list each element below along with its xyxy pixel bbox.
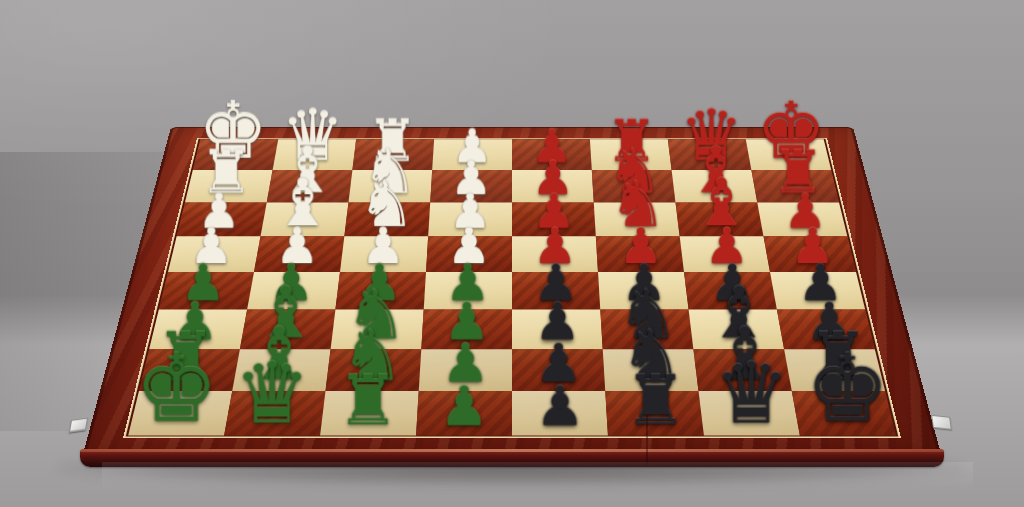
piece-white-bishop-b6: ♝ xyxy=(273,173,332,235)
piece-white-pawn-d5: ♟ xyxy=(447,224,491,271)
square-e8: ♟ xyxy=(512,139,592,170)
square-e4: ♟ xyxy=(512,272,600,310)
board-grid: ♚♛♜♟♟♜♛♚♜♝♞♟♟♞♝♜♟♝♞♟♟♞♝♟♟♟♟♟♟♟♟♟♟♟♟♟♟♟♟♟… xyxy=(126,139,899,437)
piece-red-pawn-e8: ♟ xyxy=(531,126,572,169)
piece-green-knight-c2: ♞ xyxy=(341,323,404,390)
square-e1: ♟ xyxy=(512,391,608,435)
square-b7: ♝ xyxy=(267,170,353,202)
square-f7: ♞ xyxy=(592,170,676,202)
piece-red-pawn-g5: ♟ xyxy=(705,224,749,271)
square-c1: ♜ xyxy=(320,391,419,435)
board-edge-highlight xyxy=(80,449,944,452)
square-c7: ♞ xyxy=(348,170,432,202)
square-d8: ♟ xyxy=(432,139,512,170)
square-f4: ♟ xyxy=(598,272,689,310)
square-c3: ♞ xyxy=(331,310,424,350)
square-b5: ♟ xyxy=(254,236,344,272)
piece-red-pawn-e6: ♟ xyxy=(532,190,575,235)
piece-green-pawn-d2: ♟ xyxy=(442,339,490,389)
square-e5: ♟ xyxy=(512,236,598,272)
square-h1: ♚ xyxy=(792,391,896,435)
piece-red-pawn-h6: ♟ xyxy=(784,190,827,235)
square-f8: ♜ xyxy=(590,139,672,170)
square-b2: ♝ xyxy=(232,349,330,391)
square-d6: ♟ xyxy=(428,202,512,236)
square-h6: ♟ xyxy=(757,202,847,236)
piece-white-pawn-d8: ♟ xyxy=(452,126,493,169)
piece-red-pawn-h5: ♟ xyxy=(791,224,835,271)
square-e6: ♟ xyxy=(512,202,596,236)
square-e2: ♟ xyxy=(512,349,605,391)
piece-white-pawn-c5: ♟ xyxy=(361,224,405,271)
square-c5: ♟ xyxy=(340,236,428,272)
square-d5: ♟ xyxy=(426,236,512,272)
square-a5: ♟ xyxy=(168,236,261,272)
piece-red-knight-f6: ♞ xyxy=(609,175,666,235)
square-c4: ♟ xyxy=(335,272,426,310)
square-b3: ♝ xyxy=(240,310,336,350)
piece-red-bishop-g6: ♝ xyxy=(692,173,751,235)
square-h5: ♟ xyxy=(763,236,856,272)
piece-white-pawn-a6: ♟ xyxy=(197,190,240,235)
piece-white-pawn-a5: ♟ xyxy=(189,224,233,271)
square-g2: ♝ xyxy=(693,349,791,391)
square-b1: ♛ xyxy=(224,391,325,435)
piece-red-pawn-e5: ♟ xyxy=(533,224,577,271)
square-b8: ♛ xyxy=(273,139,357,170)
piece-red-king-h8: ♚ xyxy=(756,95,826,169)
square-c2: ♞ xyxy=(325,349,421,391)
square-f2: ♞ xyxy=(603,349,699,391)
board-fold-seam xyxy=(646,415,648,465)
square-g3: ♝ xyxy=(689,310,785,350)
maker-emblem-right xyxy=(931,415,952,430)
square-a7: ♜ xyxy=(185,170,273,202)
piece-white-knight-c6: ♞ xyxy=(358,175,415,235)
chess-board-3d: ♚♛♜♟♟♜♛♚♜♝♞♟♟♞♝♜♟♝♞♟♟♞♝♟♟♟♟♟♟♟♟♟♟♟♟♟♟♟♟♟… xyxy=(83,127,941,455)
square-g6: ♝ xyxy=(676,202,764,236)
square-b4: ♟ xyxy=(247,272,340,310)
square-c6: ♞ xyxy=(344,202,430,236)
square-d4: ♟ xyxy=(424,272,512,310)
square-h8: ♚ xyxy=(746,139,831,170)
square-h4: ♟ xyxy=(770,272,865,310)
square-f6: ♞ xyxy=(594,202,680,236)
square-a6: ♟ xyxy=(177,202,267,236)
floor-sheen xyxy=(102,462,972,492)
square-g4: ♟ xyxy=(684,272,777,310)
square-f3: ♞ xyxy=(600,310,693,350)
piece-red-queen-g8: ♛ xyxy=(680,102,743,169)
square-g8: ♛ xyxy=(668,139,752,170)
piece-white-pawn-d6: ♟ xyxy=(449,190,492,235)
square-d3: ♟ xyxy=(421,310,512,350)
piece-black-pawn-e2: ♟ xyxy=(535,339,583,389)
board-frame: ♚♛♜♟♟♜♛♚♜♝♞♟♟♞♝♜♟♝♞♟♟♞♝♟♟♟♟♟♟♟♟♟♟♟♟♟♟♟♟♟… xyxy=(83,127,941,455)
square-d7: ♟ xyxy=(430,170,512,202)
photo-scene: ♚♛♜♟♟♜♛♚♜♝♞♟♟♞♝♜♟♝♞♟♟♞♝♟♟♟♟♟♟♟♟♟♟♟♟♟♟♟♟♟… xyxy=(0,0,1024,507)
square-c8: ♜ xyxy=(352,139,434,170)
square-g7: ♝ xyxy=(672,170,758,202)
square-a4: ♟ xyxy=(159,272,254,310)
square-f5: ♟ xyxy=(596,236,684,272)
square-a1: ♚ xyxy=(128,391,232,435)
square-a3: ♟ xyxy=(149,310,247,350)
piece-red-pawn-f5: ♟ xyxy=(619,224,663,271)
square-g1: ♛ xyxy=(699,391,800,435)
square-d1: ♟ xyxy=(416,391,512,435)
square-g5: ♟ xyxy=(680,236,770,272)
square-d2: ♟ xyxy=(419,349,512,391)
square-h2: ♜ xyxy=(784,349,885,391)
square-h3: ♟ xyxy=(777,310,875,350)
square-a8: ♚ xyxy=(193,139,278,170)
square-f1: ♜ xyxy=(605,391,704,435)
square-e3: ♟ xyxy=(512,310,603,350)
square-e7: ♟ xyxy=(512,170,594,202)
square-h7: ♜ xyxy=(751,170,839,202)
piece-black-knight-f2: ♞ xyxy=(620,323,683,390)
piece-white-pawn-b5: ♟ xyxy=(275,224,319,271)
square-a2: ♜ xyxy=(139,349,240,391)
square-b6: ♝ xyxy=(261,202,349,236)
